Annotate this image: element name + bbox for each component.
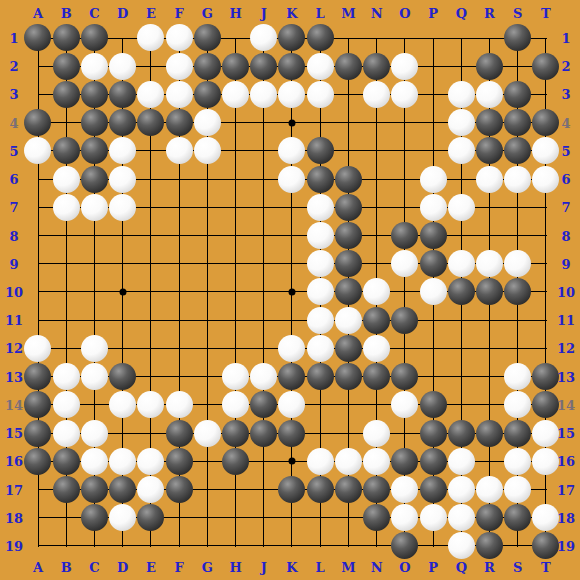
intersection-D2[interactable] (109, 52, 137, 80)
intersection-C12[interactable] (80, 334, 108, 362)
intersection-F12[interactable] (165, 334, 193, 362)
intersection-A19[interactable] (24, 532, 52, 560)
intersection-N2[interactable] (363, 52, 391, 80)
intersection-O17[interactable] (391, 475, 419, 503)
intersection-J10[interactable] (250, 278, 278, 306)
intersection-C16[interactable] (80, 447, 108, 475)
intersection-A12[interactable] (24, 334, 52, 362)
intersection-D12[interactable] (109, 334, 137, 362)
intersection-C13[interactable] (80, 363, 108, 391)
intersection-O7[interactable] (391, 193, 419, 221)
intersection-N19[interactable] (363, 532, 391, 560)
intersection-H2[interactable] (221, 52, 249, 80)
intersection-B1[interactable] (52, 24, 80, 52)
intersection-J9[interactable] (250, 250, 278, 278)
intersection-L2[interactable] (306, 52, 334, 80)
intersection-S13[interactable] (504, 363, 532, 391)
intersection-T19[interactable] (532, 532, 560, 560)
intersection-H18[interactable] (221, 504, 249, 532)
intersection-S9[interactable] (504, 250, 532, 278)
intersection-M5[interactable] (334, 137, 362, 165)
intersection-A14[interactable] (24, 391, 52, 419)
intersection-J2[interactable] (250, 52, 278, 80)
intersection-S15[interactable] (504, 419, 532, 447)
intersection-G14[interactable] (193, 391, 221, 419)
intersection-A8[interactable] (24, 221, 52, 249)
intersection-Q5[interactable] (447, 137, 475, 165)
intersection-F3[interactable] (165, 80, 193, 108)
intersection-J18[interactable] (250, 504, 278, 532)
intersection-N5[interactable] (363, 137, 391, 165)
intersection-H6[interactable] (221, 165, 249, 193)
intersection-R16[interactable] (475, 447, 503, 475)
intersection-P7[interactable] (419, 193, 447, 221)
intersection-N16[interactable] (363, 447, 391, 475)
intersection-N8[interactable] (363, 221, 391, 249)
intersection-L16[interactable] (306, 447, 334, 475)
intersection-D1[interactable] (109, 24, 137, 52)
intersection-K19[interactable] (278, 532, 306, 560)
intersection-Q18[interactable] (447, 504, 475, 532)
intersection-A3[interactable] (24, 80, 52, 108)
intersection-Q17[interactable] (447, 475, 475, 503)
intersection-F11[interactable] (165, 306, 193, 334)
intersection-E11[interactable] (137, 306, 165, 334)
intersection-O10[interactable] (391, 278, 419, 306)
intersection-O4[interactable] (391, 109, 419, 137)
intersection-F4[interactable] (165, 109, 193, 137)
intersection-P15[interactable] (419, 419, 447, 447)
intersection-S11[interactable] (504, 306, 532, 334)
intersection-K6[interactable] (278, 165, 306, 193)
intersection-M2[interactable] (334, 52, 362, 80)
intersection-K5[interactable] (278, 137, 306, 165)
intersection-A11[interactable] (24, 306, 52, 334)
intersection-J4[interactable] (250, 109, 278, 137)
intersection-K17[interactable] (278, 475, 306, 503)
intersection-M18[interactable] (334, 504, 362, 532)
intersection-P3[interactable] (419, 80, 447, 108)
intersection-S8[interactable] (504, 221, 532, 249)
intersection-H10[interactable] (221, 278, 249, 306)
intersection-L17[interactable] (306, 475, 334, 503)
intersection-F15[interactable] (165, 419, 193, 447)
intersection-B12[interactable] (52, 334, 80, 362)
intersection-R5[interactable] (475, 137, 503, 165)
intersection-R7[interactable] (475, 193, 503, 221)
intersection-T2[interactable] (532, 52, 560, 80)
intersection-J11[interactable] (250, 306, 278, 334)
intersection-G12[interactable] (193, 334, 221, 362)
intersection-O8[interactable] (391, 221, 419, 249)
intersection-F18[interactable] (165, 504, 193, 532)
intersection-P5[interactable] (419, 137, 447, 165)
intersection-Q7[interactable] (447, 193, 475, 221)
intersection-J6[interactable] (250, 165, 278, 193)
intersection-E14[interactable] (137, 391, 165, 419)
intersection-K13[interactable] (278, 363, 306, 391)
intersection-F2[interactable] (165, 52, 193, 80)
intersection-L9[interactable] (306, 250, 334, 278)
intersection-J17[interactable] (250, 475, 278, 503)
intersection-D4[interactable] (109, 109, 137, 137)
intersection-O2[interactable] (391, 52, 419, 80)
intersection-B7[interactable] (52, 193, 80, 221)
intersection-C5[interactable] (80, 137, 108, 165)
intersection-S2[interactable] (504, 52, 532, 80)
intersection-D19[interactable] (109, 532, 137, 560)
intersection-N10[interactable] (363, 278, 391, 306)
intersection-N1[interactable] (363, 24, 391, 52)
intersection-M17[interactable] (334, 475, 362, 503)
intersection-D10[interactable] (109, 278, 137, 306)
intersection-S14[interactable] (504, 391, 532, 419)
intersection-A17[interactable] (24, 475, 52, 503)
intersection-G9[interactable] (193, 250, 221, 278)
intersection-L10[interactable] (306, 278, 334, 306)
intersection-Q13[interactable] (447, 363, 475, 391)
intersection-S1[interactable] (504, 24, 532, 52)
intersection-E3[interactable] (137, 80, 165, 108)
intersection-G6[interactable] (193, 165, 221, 193)
intersection-G18[interactable] (193, 504, 221, 532)
intersection-C2[interactable] (80, 52, 108, 80)
intersection-H19[interactable] (221, 532, 249, 560)
intersection-K15[interactable] (278, 419, 306, 447)
intersection-J7[interactable] (250, 193, 278, 221)
intersection-E7[interactable] (137, 193, 165, 221)
intersection-T7[interactable] (532, 193, 560, 221)
intersection-P16[interactable] (419, 447, 447, 475)
intersection-N18[interactable] (363, 504, 391, 532)
intersection-G16[interactable] (193, 447, 221, 475)
intersection-E18[interactable] (137, 504, 165, 532)
intersection-P11[interactable] (419, 306, 447, 334)
intersection-M1[interactable] (334, 24, 362, 52)
intersection-G4[interactable] (193, 109, 221, 137)
intersection-C4[interactable] (80, 109, 108, 137)
intersection-M14[interactable] (334, 391, 362, 419)
intersection-J12[interactable] (250, 334, 278, 362)
intersection-J5[interactable] (250, 137, 278, 165)
intersection-E15[interactable] (137, 419, 165, 447)
intersection-C6[interactable] (80, 165, 108, 193)
intersection-S17[interactable] (504, 475, 532, 503)
intersection-M4[interactable] (334, 109, 362, 137)
intersection-B11[interactable] (52, 306, 80, 334)
intersection-K18[interactable] (278, 504, 306, 532)
intersection-A2[interactable] (24, 52, 52, 80)
intersection-A13[interactable] (24, 363, 52, 391)
intersection-P14[interactable] (419, 391, 447, 419)
intersection-K2[interactable] (278, 52, 306, 80)
intersection-M6[interactable] (334, 165, 362, 193)
intersection-E8[interactable] (137, 221, 165, 249)
intersection-M15[interactable] (334, 419, 362, 447)
intersection-R12[interactable] (475, 334, 503, 362)
intersection-P9[interactable] (419, 250, 447, 278)
intersection-E17[interactable] (137, 475, 165, 503)
intersection-E5[interactable] (137, 137, 165, 165)
intersection-F10[interactable] (165, 278, 193, 306)
intersection-A4[interactable] (24, 109, 52, 137)
intersection-C10[interactable] (80, 278, 108, 306)
intersection-E16[interactable] (137, 447, 165, 475)
intersection-B8[interactable] (52, 221, 80, 249)
intersection-C3[interactable] (80, 80, 108, 108)
intersection-N9[interactable] (363, 250, 391, 278)
intersection-T15[interactable] (532, 419, 560, 447)
intersection-D7[interactable] (109, 193, 137, 221)
intersection-M3[interactable] (334, 80, 362, 108)
intersection-L4[interactable] (306, 109, 334, 137)
intersection-B2[interactable] (52, 52, 80, 80)
intersection-R14[interactable] (475, 391, 503, 419)
intersection-J14[interactable] (250, 391, 278, 419)
intersection-P4[interactable] (419, 109, 447, 137)
intersection-S12[interactable] (504, 334, 532, 362)
intersection-O16[interactable] (391, 447, 419, 475)
intersection-L8[interactable] (306, 221, 334, 249)
intersection-P1[interactable] (419, 24, 447, 52)
intersection-G7[interactable] (193, 193, 221, 221)
intersection-G5[interactable] (193, 137, 221, 165)
intersection-B19[interactable] (52, 532, 80, 560)
intersection-H3[interactable] (221, 80, 249, 108)
intersection-H13[interactable] (221, 363, 249, 391)
intersection-B6[interactable] (52, 165, 80, 193)
intersection-E12[interactable] (137, 334, 165, 362)
intersection-T10[interactable] (532, 278, 560, 306)
intersection-R4[interactable] (475, 109, 503, 137)
intersection-L1[interactable] (306, 24, 334, 52)
intersection-R2[interactable] (475, 52, 503, 80)
intersection-D16[interactable] (109, 447, 137, 475)
intersection-O1[interactable] (391, 24, 419, 52)
intersection-T3[interactable] (532, 80, 560, 108)
intersection-M19[interactable] (334, 532, 362, 560)
intersection-R17[interactable] (475, 475, 503, 503)
intersection-P8[interactable] (419, 221, 447, 249)
intersection-D3[interactable] (109, 80, 137, 108)
intersection-J8[interactable] (250, 221, 278, 249)
intersection-Q16[interactable] (447, 447, 475, 475)
intersection-Q10[interactable] (447, 278, 475, 306)
intersection-D11[interactable] (109, 306, 137, 334)
intersection-T1[interactable] (532, 24, 560, 52)
intersection-F5[interactable] (165, 137, 193, 165)
intersection-T12[interactable] (532, 334, 560, 362)
intersection-C15[interactable] (80, 419, 108, 447)
intersection-N17[interactable] (363, 475, 391, 503)
intersection-N12[interactable] (363, 334, 391, 362)
intersection-Q11[interactable] (447, 306, 475, 334)
intersection-R10[interactable] (475, 278, 503, 306)
intersection-H14[interactable] (221, 391, 249, 419)
intersection-F19[interactable] (165, 532, 193, 560)
intersection-F16[interactable] (165, 447, 193, 475)
intersection-B15[interactable] (52, 419, 80, 447)
intersection-F8[interactable] (165, 221, 193, 249)
intersection-P17[interactable] (419, 475, 447, 503)
intersection-H15[interactable] (221, 419, 249, 447)
intersection-Q15[interactable] (447, 419, 475, 447)
intersection-L18[interactable] (306, 504, 334, 532)
intersection-O12[interactable] (391, 334, 419, 362)
intersection-C19[interactable] (80, 532, 108, 560)
intersection-C18[interactable] (80, 504, 108, 532)
intersection-Q2[interactable] (447, 52, 475, 80)
intersection-M9[interactable] (334, 250, 362, 278)
intersection-O18[interactable] (391, 504, 419, 532)
intersection-B14[interactable] (52, 391, 80, 419)
intersection-D15[interactable] (109, 419, 137, 447)
intersection-S4[interactable] (504, 109, 532, 137)
intersection-B9[interactable] (52, 250, 80, 278)
intersection-C17[interactable] (80, 475, 108, 503)
intersection-T18[interactable] (532, 504, 560, 532)
intersection-A7[interactable] (24, 193, 52, 221)
intersection-N13[interactable] (363, 363, 391, 391)
intersection-O6[interactable] (391, 165, 419, 193)
intersection-Q1[interactable] (447, 24, 475, 52)
intersection-D13[interactable] (109, 363, 137, 391)
intersection-T16[interactable] (532, 447, 560, 475)
intersection-N15[interactable] (363, 419, 391, 447)
intersection-R19[interactable] (475, 532, 503, 560)
intersection-G3[interactable] (193, 80, 221, 108)
intersection-L19[interactable] (306, 532, 334, 560)
intersection-D17[interactable] (109, 475, 137, 503)
intersection-R9[interactable] (475, 250, 503, 278)
intersection-O3[interactable] (391, 80, 419, 108)
intersection-L13[interactable] (306, 363, 334, 391)
intersection-O11[interactable] (391, 306, 419, 334)
intersection-G10[interactable] (193, 278, 221, 306)
intersection-M12[interactable] (334, 334, 362, 362)
intersection-E9[interactable] (137, 250, 165, 278)
intersection-F7[interactable] (165, 193, 193, 221)
intersection-O9[interactable] (391, 250, 419, 278)
intersection-T4[interactable] (532, 109, 560, 137)
intersection-H17[interactable] (221, 475, 249, 503)
intersection-F1[interactable] (165, 24, 193, 52)
intersection-E10[interactable] (137, 278, 165, 306)
intersection-R13[interactable] (475, 363, 503, 391)
intersection-S10[interactable] (504, 278, 532, 306)
intersection-K11[interactable] (278, 306, 306, 334)
intersection-E1[interactable] (137, 24, 165, 52)
intersection-O19[interactable] (391, 532, 419, 560)
intersection-B4[interactable] (52, 109, 80, 137)
intersection-B16[interactable] (52, 447, 80, 475)
intersection-A6[interactable] (24, 165, 52, 193)
intersection-K9[interactable] (278, 250, 306, 278)
intersection-K10[interactable] (278, 278, 306, 306)
intersection-D9[interactable] (109, 250, 137, 278)
intersection-K3[interactable] (278, 80, 306, 108)
intersection-T17[interactable] (532, 475, 560, 503)
intersection-P13[interactable] (419, 363, 447, 391)
intersection-L6[interactable] (306, 165, 334, 193)
intersection-O5[interactable] (391, 137, 419, 165)
intersection-M16[interactable] (334, 447, 362, 475)
intersection-R6[interactable] (475, 165, 503, 193)
intersection-L12[interactable] (306, 334, 334, 362)
intersection-L3[interactable] (306, 80, 334, 108)
intersection-P12[interactable] (419, 334, 447, 362)
intersection-G17[interactable] (193, 475, 221, 503)
intersection-P10[interactable] (419, 278, 447, 306)
intersection-S6[interactable] (504, 165, 532, 193)
intersection-A9[interactable] (24, 250, 52, 278)
intersection-Q14[interactable] (447, 391, 475, 419)
intersection-R8[interactable] (475, 221, 503, 249)
intersection-B13[interactable] (52, 363, 80, 391)
intersection-N4[interactable] (363, 109, 391, 137)
intersection-E4[interactable] (137, 109, 165, 137)
intersection-K8[interactable] (278, 221, 306, 249)
intersection-J15[interactable] (250, 419, 278, 447)
intersection-S19[interactable] (504, 532, 532, 560)
intersection-Q3[interactable] (447, 80, 475, 108)
intersection-P6[interactable] (419, 165, 447, 193)
intersection-N3[interactable] (363, 80, 391, 108)
intersection-G1[interactable] (193, 24, 221, 52)
intersection-B3[interactable] (52, 80, 80, 108)
intersection-E6[interactable] (137, 165, 165, 193)
intersection-G2[interactable] (193, 52, 221, 80)
intersection-F6[interactable] (165, 165, 193, 193)
intersection-T11[interactable] (532, 306, 560, 334)
intersection-C11[interactable] (80, 306, 108, 334)
intersection-S18[interactable] (504, 504, 532, 532)
intersection-B10[interactable] (52, 278, 80, 306)
intersection-R11[interactable] (475, 306, 503, 334)
intersection-Q4[interactable] (447, 109, 475, 137)
intersection-Q8[interactable] (447, 221, 475, 249)
intersection-M7[interactable] (334, 193, 362, 221)
intersection-D5[interactable] (109, 137, 137, 165)
intersection-L11[interactable] (306, 306, 334, 334)
intersection-T6[interactable] (532, 165, 560, 193)
intersection-H5[interactable] (221, 137, 249, 165)
intersection-S3[interactable] (504, 80, 532, 108)
intersection-Q6[interactable] (447, 165, 475, 193)
intersection-F9[interactable] (165, 250, 193, 278)
intersection-D18[interactable] (109, 504, 137, 532)
intersection-B17[interactable] (52, 475, 80, 503)
intersection-S5[interactable] (504, 137, 532, 165)
intersection-F13[interactable] (165, 363, 193, 391)
intersection-J16[interactable] (250, 447, 278, 475)
intersection-H7[interactable] (221, 193, 249, 221)
intersection-K1[interactable] (278, 24, 306, 52)
intersection-G15[interactable] (193, 419, 221, 447)
intersection-C14[interactable] (80, 391, 108, 419)
intersection-J1[interactable] (250, 24, 278, 52)
intersection-P2[interactable] (419, 52, 447, 80)
intersection-H8[interactable] (221, 221, 249, 249)
intersection-G19[interactable] (193, 532, 221, 560)
intersection-S7[interactable] (504, 193, 532, 221)
intersection-E2[interactable] (137, 52, 165, 80)
intersection-G8[interactable] (193, 221, 221, 249)
intersection-C1[interactable] (80, 24, 108, 52)
intersection-A15[interactable] (24, 419, 52, 447)
intersection-T14[interactable] (532, 391, 560, 419)
intersection-M8[interactable] (334, 221, 362, 249)
